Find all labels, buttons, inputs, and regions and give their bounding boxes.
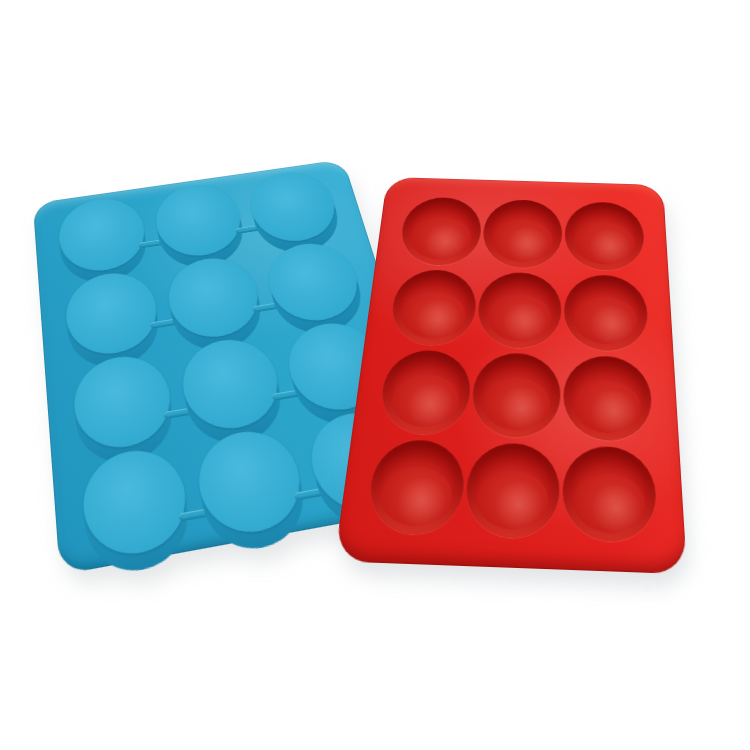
- muffin-cavity: [470, 352, 561, 439]
- muffin-cavity: [476, 271, 562, 349]
- red-mold-cell: [396, 194, 484, 269]
- red-mold-wrap: [0, 0, 750, 750]
- red-mold-cavity-grid: [363, 194, 661, 546]
- muffin-cavity: [464, 442, 560, 539]
- muffin-cavity: [563, 445, 659, 543]
- red-mold-cell: [363, 436, 468, 540]
- red-mold-cell: [561, 442, 661, 547]
- red-mold-cell: [562, 271, 651, 354]
- muffin-cavity: [481, 199, 562, 269]
- product-photo-scene: [0, 0, 750, 750]
- red-mold-cell: [474, 269, 563, 352]
- muffin-cavity: [398, 197, 483, 267]
- red-muffin-mold: [334, 177, 687, 574]
- red-mold-cell: [375, 346, 474, 438]
- muffin-cavity: [388, 269, 478, 346]
- red-mold-cell: [479, 197, 563, 272]
- muffin-cavity: [564, 274, 649, 352]
- muffin-cavity: [365, 439, 466, 536]
- red-mold-cell: [562, 352, 656, 445]
- red-mold-cell: [468, 349, 562, 442]
- muffin-cavity: [377, 349, 472, 435]
- muffin-cavity: [563, 355, 653, 442]
- red-mold-cell: [462, 439, 562, 543]
- red-mold-cell: [563, 199, 647, 274]
- red-mold-cell: [386, 266, 479, 349]
- muffin-cavity: [565, 201, 646, 271]
